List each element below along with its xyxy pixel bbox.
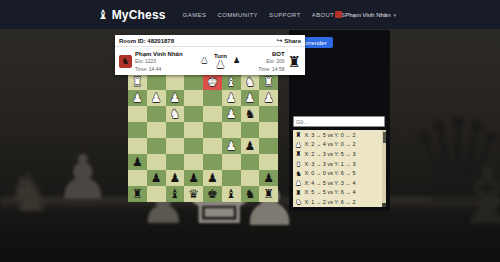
background-pawn-silhouette: ♟ (55, 147, 111, 209)
square-a5[interactable] (128, 138, 147, 154)
player-info: Phạm Vinh Nhân Elo: 1223 Time: 14:44 (135, 51, 183, 72)
bot-time: Time: 14:58 (258, 66, 284, 72)
square-c8[interactable]: ♝ (166, 186, 185, 202)
black-p-piece[interactable]: ♟ (151, 172, 162, 184)
square-b6[interactable] (147, 154, 166, 170)
turn-indicator: ♟ Turn ♟ ♟ (183, 53, 259, 70)
square-b1[interactable] (147, 74, 166, 90)
square-d6[interactable] (184, 154, 203, 170)
square-g8[interactable]: ♞ (241, 186, 260, 202)
square-h3[interactable] (259, 106, 278, 122)
black-p-piece[interactable]: ♟ (132, 156, 143, 168)
square-c4[interactable] (166, 122, 185, 138)
user-avatar (335, 11, 342, 18)
square-d3[interactable] (184, 106, 203, 122)
black-b-piece[interactable]: ♝ (226, 188, 237, 200)
square-h1[interactable]: ♜ (259, 74, 278, 90)
move-text: X: 2 → 4 vs Y: 0 → 2 (305, 141, 356, 147)
move-list-item[interactable]: ♞X: 1 → 2 vs Y: 6 → 2 (293, 197, 386, 207)
knight-avatar-icon: ♞ (121, 57, 129, 66)
move-list-item[interactable]: ♜X: 3 → 5 vs Y: 0 → 2 (293, 130, 386, 140)
move-list-item[interactable]: ♜X: 2 → 3 vs Y: 5 → 3 (293, 149, 386, 159)
square-c7[interactable]: ♟ (166, 170, 185, 186)
bot-name: BOT (258, 51, 284, 57)
black-p-piece[interactable]: ♟ (207, 172, 218, 184)
player-avatar: ♞ (119, 55, 132, 68)
white-p-piece[interactable]: ♟ (226, 92, 237, 104)
bot-elo: Elo: 200 (258, 58, 284, 64)
square-g1[interactable]: ♞ (241, 74, 260, 90)
white-p-piece[interactable]: ♟ (244, 92, 255, 104)
white-k-piece[interactable]: ♚ (207, 76, 218, 88)
square-b7[interactable]: ♟ (147, 170, 166, 186)
square-a3[interactable] (128, 106, 147, 122)
square-h2[interactable]: ♟ (259, 90, 278, 106)
move-list: ♜X: 3 → 5 vs Y: 0 → 2♟X: 2 → 4 vs Y: 0 →… (293, 130, 386, 207)
square-g7[interactable] (241, 170, 260, 186)
black-q-piece[interactable]: ♛ (188, 188, 199, 200)
square-e4[interactable] (203, 122, 222, 138)
black-knight-icon: ♞ (295, 170, 302, 177)
move-text: X: 3 → 5 vs Y: 0 → 2 (305, 132, 356, 138)
square-c5[interactable] (166, 138, 185, 154)
square-d2[interactable] (184, 90, 203, 106)
square-e6[interactable] (203, 154, 222, 170)
square-h5[interactable] (259, 138, 278, 154)
share-icon: ↪ (276, 37, 282, 44)
game-info-card: Room ID: 48201878 ↪ Share ♞ Phạm Vinh Nh… (115, 35, 305, 75)
black-n-piece[interactable]: ♞ (244, 108, 255, 120)
square-e3[interactable] (203, 106, 222, 122)
white-pawn-icon: ♟ (295, 179, 302, 186)
chess-bishop-logo-icon: ♝ (97, 8, 109, 21)
square-a8[interactable]: ♜ (128, 186, 147, 202)
scrollbar-thumb[interactable] (383, 132, 386, 143)
share-button[interactable]: ↪ Share (276, 37, 301, 44)
top-navbar: ♝ MyChess GAMESCOMMUNITYSUPPORTABOUT US … (0, 0, 500, 29)
move-list-item[interactable]: ♜X: 5 → 5 vs Y: 6 → 4 (293, 188, 386, 198)
black-k-piece[interactable]: ♚ (207, 188, 218, 200)
square-d5[interactable] (184, 138, 203, 154)
nav-item-support[interactable]: SUPPORT (269, 12, 301, 18)
move-list-item[interactable]: ♟X: 4 → 5 vs Y: 3 → 4 (293, 178, 386, 188)
move-text: X: 0 → 0 vs Y: 6 → 5 (305, 170, 356, 176)
white-p-piece[interactable]: ♟ (169, 92, 180, 104)
user-menu[interactable]: Phạm Vinh Nhân ▾ (335, 0, 396, 29)
turn-piece-icon: ♟ (216, 59, 226, 70)
square-e7[interactable]: ♟ (203, 170, 222, 186)
white-side-pawn-icon: ♟ (201, 57, 208, 65)
white-p-piece[interactable]: ♟ (226, 140, 237, 152)
square-h4[interactable] (259, 122, 278, 138)
move-text: X: 4 → 5 vs Y: 3 → 4 (305, 180, 356, 186)
white-knight-icon: ♞ (295, 198, 302, 205)
square-f4[interactable] (222, 122, 241, 138)
black-rook-icon: ♜ (288, 54, 301, 69)
black-p-piece[interactable]: ♟ (244, 140, 255, 152)
square-h6[interactable] (259, 154, 278, 170)
white-n-piece[interactable]: ♞ (244, 76, 255, 88)
background-knight-silhouette: ♞ (6, 167, 53, 219)
black-rook-icon: ♜ (295, 189, 302, 196)
square-e5[interactable] (203, 138, 222, 154)
white-n-piece[interactable]: ♞ (169, 108, 180, 120)
square-f6[interactable] (222, 154, 241, 170)
square-a6[interactable]: ♟ (128, 154, 147, 170)
square-g2[interactable]: ♟ (241, 90, 260, 106)
black-p-piece[interactable]: ♟ (188, 172, 199, 184)
nav-item-games[interactable]: GAMES (183, 12, 207, 18)
square-a7[interactable] (128, 170, 147, 186)
white-r-piece[interactable]: ♜ (263, 76, 274, 88)
black-side-pawn-icon: ♟ (233, 57, 240, 65)
move-list-item[interactable]: ♝X: 3 → 3 vs Y: 1 → 3 (293, 159, 386, 169)
square-c3[interactable]: ♞ (166, 106, 185, 122)
square-d8[interactable]: ♛ (184, 186, 203, 202)
white-pawn-icon: ♟ (295, 141, 302, 148)
move-list-item[interactable]: ♟X: 2 → 4 vs Y: 0 → 2 (293, 140, 386, 150)
bot-info: BOT Elo: 200 Time: 14:58 (258, 51, 284, 72)
square-c6[interactable] (166, 154, 185, 170)
square-c2[interactable]: ♟ (166, 90, 185, 106)
chat-input[interactable] (293, 116, 385, 127)
white-p-piece[interactable]: ♟ (263, 92, 274, 104)
square-e2[interactable] (203, 90, 222, 106)
black-p-piece[interactable]: ♟ (169, 172, 180, 184)
square-a1[interactable]: ♜ (128, 74, 147, 90)
square-f2[interactable]: ♟ (222, 90, 241, 106)
black-rook-icon: ♜ (295, 150, 302, 157)
square-b5[interactable] (147, 138, 166, 154)
brand-name: MyChess (112, 8, 166, 22)
player-name: Phạm Vinh Nhân (135, 51, 183, 57)
white-p-piece[interactable]: ♟ (226, 108, 237, 120)
player-elo: Elo: 1223 (135, 58, 183, 64)
square-f1[interactable]: ♝ (222, 74, 241, 90)
black-p-piece[interactable]: ♟ (263, 172, 274, 184)
square-b4[interactable] (147, 122, 166, 138)
white-bishop-icon: ♝ (295, 160, 302, 167)
share-label: Share (284, 38, 301, 44)
square-d7[interactable]: ♟ (184, 170, 203, 186)
black-rook-icon: ♜ (295, 131, 302, 138)
square-c1[interactable] (166, 74, 185, 90)
square-b3[interactable] (147, 106, 166, 122)
white-p-piece[interactable]: ♟ (132, 92, 143, 104)
square-g5[interactable]: ♟ (241, 138, 260, 154)
move-text: X: 2 → 3 vs Y: 5 → 3 (305, 151, 356, 157)
square-f3[interactable]: ♟ (222, 106, 241, 122)
chevron-down-icon: ▾ (393, 12, 396, 18)
square-b2[interactable]: ♟ (147, 90, 166, 106)
move-text: X: 3 → 3 vs Y: 1 → 3 (305, 161, 356, 167)
user-name: Phạm Vinh Nhân (345, 12, 390, 18)
white-r-piece[interactable]: ♜ (132, 76, 143, 88)
players-row: ♞ Phạm Vinh Nhân Elo: 1223 Time: 14:44 ♟… (115, 47, 305, 75)
nav-item-community[interactable]: COMMUNITY (217, 12, 258, 18)
room-bar: Room ID: 48201878 ↪ Share (115, 35, 305, 47)
main-nav: GAMESCOMMUNITYSUPPORTABOUT US (183, 12, 346, 18)
turn-column: Turn ♟ (214, 53, 227, 70)
move-list-item[interactable]: ♞X: 0 → 0 vs Y: 6 → 5 (293, 168, 386, 178)
square-a2[interactable]: ♟ (128, 90, 147, 106)
square-f7[interactable] (222, 170, 241, 186)
square-b8[interactable] (147, 186, 166, 202)
square-g4[interactable] (241, 122, 260, 138)
square-h7[interactable]: ♟ (259, 170, 278, 186)
black-b-piece[interactable]: ♝ (169, 188, 180, 200)
brand-logo[interactable]: ♝ MyChess (97, 8, 166, 22)
black-r-piece[interactable]: ♜ (132, 188, 143, 200)
square-d4[interactable] (184, 122, 203, 138)
move-list-scrollbar[interactable] (382, 130, 386, 207)
white-b-piece[interactable]: ♝ (226, 76, 237, 88)
scrollbar-down-arrow[interactable] (382, 203, 386, 207)
square-e1[interactable]: ♚ (203, 74, 222, 90)
square-f5[interactable]: ♟ (222, 138, 241, 154)
white-p-piece[interactable]: ♟ (151, 92, 162, 104)
move-text: X: 1 → 2 vs Y: 6 → 2 (305, 199, 356, 205)
square-d1[interactable] (184, 74, 203, 90)
square-e8[interactable]: ♚ (203, 186, 222, 202)
black-r-piece[interactable]: ♜ (263, 188, 274, 200)
square-g3[interactable]: ♞ (241, 106, 260, 122)
room-id-label: Room ID: 48201878 (119, 38, 174, 44)
square-h8[interactable]: ♜ (259, 186, 278, 202)
square-g6[interactable] (241, 154, 260, 170)
square-f8[interactable]: ♝ (222, 186, 241, 202)
black-n-piece[interactable]: ♞ (244, 188, 255, 200)
background-bishop-silhouette: ♝ (452, 157, 500, 235)
square-a4[interactable] (128, 122, 147, 138)
chess-board: ♜♚♝♞♜♟♟♟♟♟♟♞♟♞♟♟♟♟♟♟♟♟♜♝♛♚♝♞♜ (128, 74, 278, 202)
player-time: Time: 14:44 (135, 66, 183, 72)
move-text: X: 5 → 5 vs Y: 6 → 4 (305, 189, 356, 195)
